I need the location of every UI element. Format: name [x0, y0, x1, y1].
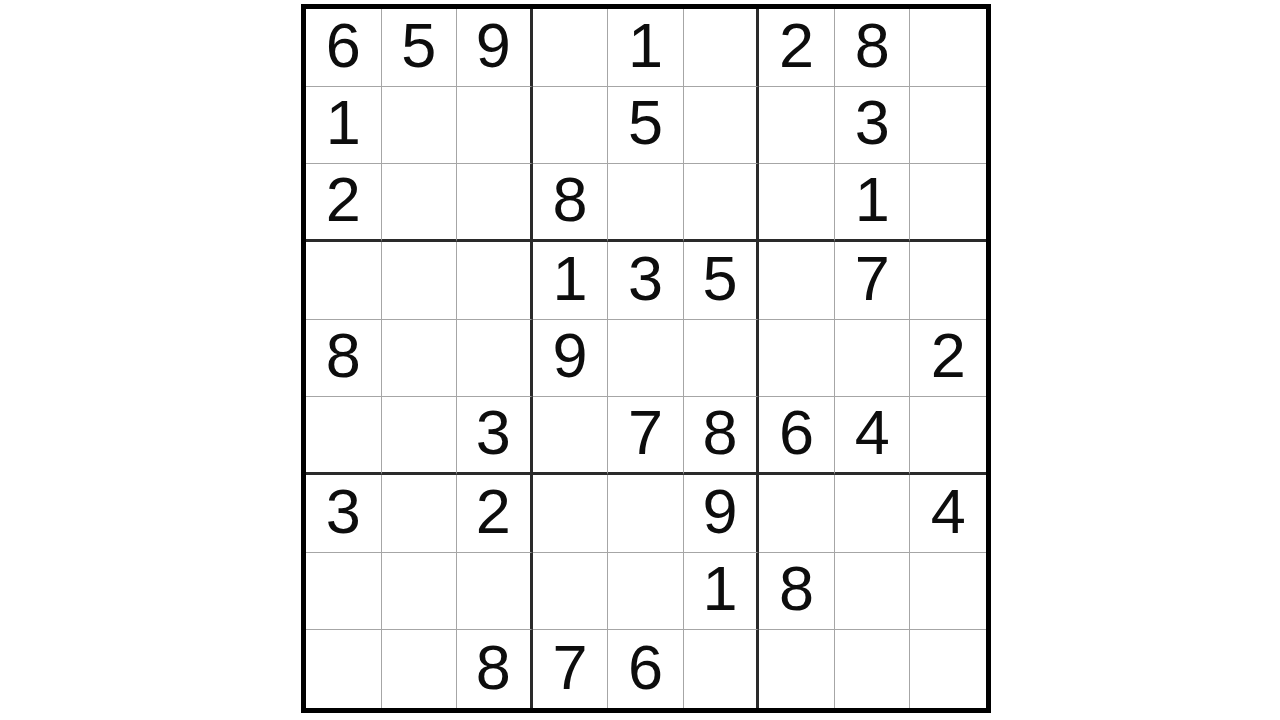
cell-r5c3[interactable] [457, 320, 533, 398]
cell-r8c3[interactable] [457, 553, 533, 631]
cell-r1c3: 9 [457, 9, 533, 87]
cell-r1c2: 5 [382, 9, 458, 87]
cell-r1c7: 2 [759, 9, 835, 87]
cell-r3c4: 8 [533, 164, 609, 242]
cell-r6c5: 7 [608, 397, 684, 475]
cell-r4c5: 3 [608, 242, 684, 320]
cell-r6c4[interactable] [533, 397, 609, 475]
cell-r4c8: 7 [835, 242, 911, 320]
cell-r6c8: 4 [835, 397, 911, 475]
cell-r3c7[interactable] [759, 164, 835, 242]
cell-r5c2[interactable] [382, 320, 458, 398]
cell-r2c8: 3 [835, 87, 911, 165]
cell-r5c6[interactable] [684, 320, 760, 398]
cell-r4c2[interactable] [382, 242, 458, 320]
cell-r9c3: 8 [457, 630, 533, 708]
cell-r1c4[interactable] [533, 9, 609, 87]
cell-r5c4: 9 [533, 320, 609, 398]
cell-r2c6[interactable] [684, 87, 760, 165]
cell-r3c3[interactable] [457, 164, 533, 242]
cell-r9c9[interactable] [910, 630, 986, 708]
cell-r3c6[interactable] [684, 164, 760, 242]
cell-r9c2[interactable] [382, 630, 458, 708]
cell-r7c6: 9 [684, 475, 760, 553]
cell-r1c5: 1 [608, 9, 684, 87]
cell-r4c1[interactable] [306, 242, 382, 320]
cell-r9c1[interactable] [306, 630, 382, 708]
cell-r3c9[interactable] [910, 164, 986, 242]
cell-r2c1: 1 [306, 87, 382, 165]
cell-r7c4[interactable] [533, 475, 609, 553]
cell-r5c7[interactable] [759, 320, 835, 398]
cell-r3c1: 2 [306, 164, 382, 242]
cell-r1c8: 8 [835, 9, 911, 87]
cell-r2c5: 5 [608, 87, 684, 165]
cell-r4c4: 1 [533, 242, 609, 320]
cell-r5c1: 8 [306, 320, 382, 398]
cell-r8c5[interactable] [608, 553, 684, 631]
cell-r3c2[interactable] [382, 164, 458, 242]
cell-r1c9[interactable] [910, 9, 986, 87]
cell-r7c9: 4 [910, 475, 986, 553]
cell-r3c5[interactable] [608, 164, 684, 242]
cell-r4c9[interactable] [910, 242, 986, 320]
cell-r2c2[interactable] [382, 87, 458, 165]
cell-r7c2[interactable] [382, 475, 458, 553]
cell-r7c5[interactable] [608, 475, 684, 553]
sudoku-board: 659128153281135789237864329418876 [301, 4, 991, 713]
cell-r7c3: 2 [457, 475, 533, 553]
cell-r5c9: 2 [910, 320, 986, 398]
cell-r8c8[interactable] [835, 553, 911, 631]
cell-r8c2[interactable] [382, 553, 458, 631]
cell-r6c2[interactable] [382, 397, 458, 475]
cell-r1c1: 6 [306, 9, 382, 87]
cell-r2c3[interactable] [457, 87, 533, 165]
cell-r9c7[interactable] [759, 630, 835, 708]
cell-r6c6: 8 [684, 397, 760, 475]
cell-r2c4[interactable] [533, 87, 609, 165]
cell-r6c7: 6 [759, 397, 835, 475]
cell-r7c7[interactable] [759, 475, 835, 553]
cell-r6c1[interactable] [306, 397, 382, 475]
cell-r5c8[interactable] [835, 320, 911, 398]
cell-r9c6[interactable] [684, 630, 760, 708]
cell-r6c9[interactable] [910, 397, 986, 475]
cell-r7c8[interactable] [835, 475, 911, 553]
cell-r2c9[interactable] [910, 87, 986, 165]
cell-r4c7[interactable] [759, 242, 835, 320]
cell-r3c8: 1 [835, 164, 911, 242]
cell-r1c6[interactable] [684, 9, 760, 87]
cell-r9c5: 6 [608, 630, 684, 708]
cell-r8c4[interactable] [533, 553, 609, 631]
cell-r8c9[interactable] [910, 553, 986, 631]
cell-r4c6: 5 [684, 242, 760, 320]
cell-r5c5[interactable] [608, 320, 684, 398]
cell-r7c1: 3 [306, 475, 382, 553]
cell-r9c8[interactable] [835, 630, 911, 708]
cell-r8c6: 1 [684, 553, 760, 631]
cell-r9c4: 7 [533, 630, 609, 708]
cell-r2c7[interactable] [759, 87, 835, 165]
cell-r8c7: 8 [759, 553, 835, 631]
cell-r4c3[interactable] [457, 242, 533, 320]
cell-r8c1[interactable] [306, 553, 382, 631]
cell-r6c3: 3 [457, 397, 533, 475]
